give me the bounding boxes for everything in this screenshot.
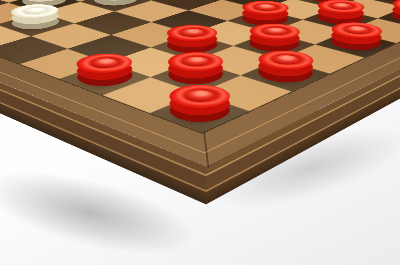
frame-mitre-joint	[203, 130, 210, 168]
red-checker[interactable]	[67, 65, 143, 93]
checkers-board	[0, 0, 400, 166]
red-checker[interactable]	[158, 96, 241, 129]
red-checker[interactable]	[248, 62, 323, 89]
board-frame	[0, 0, 400, 166]
checkers-photo-scene	[0, 0, 400, 265]
